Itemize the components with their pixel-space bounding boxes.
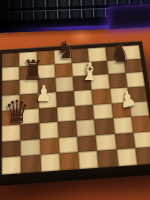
board-square <box>108 73 127 88</box>
board-square <box>37 78 55 93</box>
board-square <box>96 134 116 151</box>
board-square <box>2 94 20 110</box>
board-square <box>2 80 20 96</box>
board-square <box>57 121 77 138</box>
purple-led-mousepad <box>108 3 150 29</box>
board-square <box>109 87 129 103</box>
board-square <box>77 135 97 152</box>
board-square <box>58 136 78 153</box>
board-square <box>56 91 75 107</box>
board-square <box>59 152 79 170</box>
board-square <box>54 63 72 78</box>
board-square <box>94 118 114 135</box>
board-square <box>76 119 96 136</box>
board-square <box>74 90 93 106</box>
board-square <box>116 148 137 166</box>
board-square <box>114 132 135 149</box>
board-square <box>90 74 109 89</box>
board-square <box>135 147 150 165</box>
board-square <box>72 62 91 77</box>
board-square <box>39 122 58 139</box>
board-square <box>2 125 21 142</box>
board-square <box>20 108 39 124</box>
board-square <box>19 65 37 80</box>
board-square <box>105 46 124 60</box>
board-square <box>37 64 55 79</box>
board-square <box>75 104 95 120</box>
board-square <box>125 72 145 87</box>
board-square <box>40 154 60 172</box>
board-square <box>2 157 22 175</box>
board-square <box>111 102 131 118</box>
board-square <box>92 89 111 105</box>
board-square <box>57 106 76 122</box>
board-square <box>54 49 72 64</box>
board-square <box>40 138 60 156</box>
board-square <box>55 77 74 92</box>
board-square <box>19 52 37 67</box>
board-square <box>71 48 89 63</box>
board-square <box>2 53 20 68</box>
board-square <box>78 151 99 169</box>
board-square <box>113 117 133 134</box>
board-square <box>36 50 54 65</box>
board-square <box>2 140 21 158</box>
board-square <box>20 123 39 140</box>
board-square <box>127 86 147 102</box>
board-square <box>2 66 20 81</box>
board-square <box>73 76 92 91</box>
board-square <box>97 150 118 168</box>
board-square <box>20 79 38 95</box>
board-square <box>21 155 41 173</box>
board-square <box>93 103 113 119</box>
board-square <box>38 92 57 108</box>
chess-board <box>0 41 150 186</box>
board-square <box>21 139 40 157</box>
photo-scene: ♞♞♝♜♟♟♛ <box>0 0 150 200</box>
board-square <box>122 45 141 59</box>
board-square <box>20 93 39 109</box>
board-square <box>89 61 108 76</box>
board-square <box>106 60 125 75</box>
chess-board-grid <box>2 45 150 175</box>
board-square <box>129 101 149 117</box>
board-square <box>88 47 107 61</box>
board-square <box>38 107 57 123</box>
board-square <box>124 58 143 73</box>
board-square <box>131 116 150 133</box>
board-square <box>2 109 21 126</box>
board-square <box>133 131 150 148</box>
